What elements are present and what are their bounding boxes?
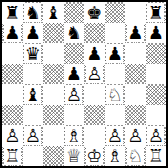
square-b5[interactable] — [23, 64, 44, 85]
square-f1[interactable]: ♗ — [105, 146, 126, 167]
white-pawn[interactable]: ♙ — [65, 85, 82, 104]
black-rook[interactable]: ♜ — [147, 3, 164, 22]
square-d8[interactable] — [64, 2, 85, 23]
square-b6[interactable]: ♛ — [23, 43, 44, 64]
black-pawn[interactable]: ♟ — [4, 23, 21, 42]
square-a8[interactable]: ♜ — [2, 2, 23, 23]
square-g4[interactable] — [125, 84, 146, 105]
square-f2[interactable]: ♙ — [105, 125, 126, 146]
white-knight[interactable]: ♘ — [106, 85, 123, 104]
black-pawn[interactable]: ♟ — [24, 23, 41, 42]
black-knight[interactable]: ♞ — [24, 3, 41, 22]
square-a4[interactable] — [2, 84, 23, 105]
square-c3[interactable] — [43, 105, 64, 126]
square-h5[interactable] — [146, 64, 167, 85]
white-pawn[interactable]: ♙ — [4, 126, 21, 145]
black-pawn[interactable]: ♟ — [106, 44, 123, 63]
square-f8[interactable] — [105, 2, 126, 23]
square-d6[interactable] — [64, 43, 85, 64]
chess-board: ♜♞♝♚♜♟♟♞♟♟♛♟♟♟♙♝♙♘♙♙♗♙♙♙♖♕♔♗♘♖ — [0, 0, 168, 168]
square-c1[interactable] — [43, 146, 64, 167]
square-c6[interactable] — [43, 43, 64, 64]
square-d5[interactable]: ♟ — [64, 64, 85, 85]
square-f5[interactable] — [105, 64, 126, 85]
square-e4[interactable] — [84, 84, 105, 105]
white-pawn[interactable]: ♙ — [24, 126, 41, 145]
black-pawn[interactable]: ♟ — [65, 64, 82, 83]
black-pawn[interactable]: ♟ — [127, 23, 144, 42]
square-g2[interactable]: ♙ — [125, 125, 146, 146]
square-h1[interactable]: ♖ — [146, 146, 167, 167]
square-h8[interactable]: ♜ — [146, 2, 167, 23]
square-g5[interactable] — [125, 64, 146, 85]
square-f3[interactable] — [105, 105, 126, 126]
square-f7[interactable] — [105, 23, 126, 44]
square-e6[interactable]: ♟ — [84, 43, 105, 64]
white-pawn[interactable]: ♙ — [106, 126, 123, 145]
square-b8[interactable]: ♞ — [23, 2, 44, 23]
square-c5[interactable] — [43, 64, 64, 85]
square-b3[interactable] — [23, 105, 44, 126]
white-pawn[interactable]: ♙ — [147, 126, 164, 145]
square-c7[interactable] — [43, 23, 64, 44]
square-h6[interactable] — [146, 43, 167, 64]
white-bishop[interactable]: ♗ — [65, 126, 82, 145]
square-e2[interactable] — [84, 125, 105, 146]
square-a7[interactable]: ♟ — [2, 23, 23, 44]
square-d2[interactable]: ♗ — [64, 125, 85, 146]
white-queen[interactable]: ♕ — [65, 146, 82, 165]
square-e3[interactable] — [84, 105, 105, 126]
black-bishop[interactable]: ♝ — [45, 3, 62, 22]
square-d4[interactable]: ♙ — [64, 84, 85, 105]
square-d3[interactable] — [64, 105, 85, 126]
white-pawn[interactable]: ♙ — [86, 64, 103, 83]
square-b2[interactable]: ♙ — [23, 125, 44, 146]
square-h2[interactable]: ♙ — [146, 125, 167, 146]
white-bishop[interactable]: ♗ — [106, 146, 123, 165]
square-d1[interactable]: ♕ — [64, 146, 85, 167]
square-b4[interactable]: ♝ — [23, 84, 44, 105]
black-pawn[interactable]: ♟ — [147, 23, 164, 42]
square-f4[interactable]: ♘ — [105, 84, 126, 105]
square-h3[interactable] — [146, 105, 167, 126]
square-b1[interactable] — [23, 146, 44, 167]
square-d7[interactable]: ♞ — [64, 23, 85, 44]
square-h7[interactable]: ♟ — [146, 23, 167, 44]
square-a2[interactable]: ♙ — [2, 125, 23, 146]
black-queen[interactable]: ♛ — [24, 44, 41, 63]
black-bishop[interactable]: ♝ — [24, 85, 41, 104]
square-c8[interactable]: ♝ — [43, 2, 64, 23]
square-c2[interactable] — [43, 125, 64, 146]
square-c4[interactable] — [43, 84, 64, 105]
square-g3[interactable] — [125, 105, 146, 126]
white-pawn[interactable]: ♙ — [127, 126, 144, 145]
square-a3[interactable] — [2, 105, 23, 126]
black-pawn[interactable]: ♟ — [86, 44, 103, 63]
square-b7[interactable]: ♟ — [23, 23, 44, 44]
square-g6[interactable] — [125, 43, 146, 64]
black-knight[interactable]: ♞ — [65, 23, 82, 42]
white-rook[interactable]: ♖ — [4, 146, 21, 165]
square-a6[interactable] — [2, 43, 23, 64]
square-f6[interactable]: ♟ — [105, 43, 126, 64]
square-g7[interactable]: ♟ — [125, 23, 146, 44]
square-h4[interactable] — [146, 84, 167, 105]
square-e7[interactable] — [84, 23, 105, 44]
white-king[interactable]: ♔ — [86, 146, 103, 165]
black-king[interactable]: ♚ — [86, 3, 103, 22]
square-e1[interactable]: ♔ — [84, 146, 105, 167]
white-rook[interactable]: ♖ — [147, 146, 164, 165]
white-knight[interactable]: ♘ — [127, 146, 144, 165]
square-a5[interactable] — [2, 64, 23, 85]
square-g1[interactable]: ♘ — [125, 146, 146, 167]
square-g8[interactable] — [125, 2, 146, 23]
square-e8[interactable]: ♚ — [84, 2, 105, 23]
square-a1[interactable]: ♖ — [2, 146, 23, 167]
black-rook[interactable]: ♜ — [4, 3, 21, 22]
square-e5[interactable]: ♙ — [84, 64, 105, 85]
